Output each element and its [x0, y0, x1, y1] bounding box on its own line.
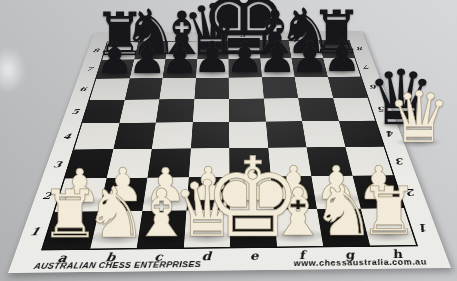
piece-black-pawn-h7[interactable]: ♟ [323, 35, 362, 78]
piece-black-pawn-d7[interactable]: ♟ [193, 36, 232, 79]
piece-black-pawn-a7[interactable]: ♟ [95, 37, 134, 80]
spare-white-queen[interactable]: ♛ [387, 82, 451, 153]
pieces-layer: ♜♞♝♛♚♝♞♜♟♟♟♟♟♟♟♟♟♟♟♟♟♟♟♟♜♞♝♛♚♝♞♜♛♛ [0, 0, 457, 281]
piece-white-rook-a1[interactable]: ♜ [40, 182, 99, 248]
piece-white-king-e1[interactable]: ♚ [203, 143, 302, 253]
piece-white-bishop-c1[interactable]: ♝ [132, 181, 191, 247]
piece-white-knight-g1[interactable]: ♞ [312, 176, 375, 246]
photo-scene: aa11bb22cc33dd44ee55ff66gg77hh88 AUSTRAL… [0, 0, 457, 281]
